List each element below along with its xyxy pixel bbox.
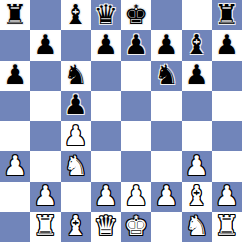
square-c2[interactable] — [61, 182, 91, 212]
square-a1[interactable] — [0, 212, 30, 242]
square-c7[interactable] — [61, 30, 91, 60]
square-c4[interactable]: ♟ — [61, 121, 91, 151]
square-b8[interactable] — [30, 0, 60, 30]
square-d3[interactable] — [91, 151, 121, 181]
piece-white-pawn[interactable]: ♟ — [124, 182, 148, 209]
square-f7[interactable]: ♟ — [151, 30, 181, 60]
piece-black-pawn[interactable]: ♟ — [64, 91, 88, 118]
square-c6[interactable]: ♞ — [61, 61, 91, 91]
piece-black-knight[interactable]: ♞ — [64, 61, 88, 88]
square-b6[interactable] — [30, 61, 60, 91]
square-f4[interactable] — [151, 121, 181, 151]
square-h5[interactable] — [212, 91, 242, 121]
square-b3[interactable] — [30, 151, 60, 181]
piece-white-rook[interactable]: ♜ — [215, 212, 239, 239]
square-e6[interactable] — [121, 61, 151, 91]
square-c5[interactable]: ♟ — [61, 91, 91, 121]
piece-black-pawn[interactable]: ♟ — [33, 31, 57, 58]
square-a8[interactable]: ♜ — [0, 0, 30, 30]
square-h4[interactable] — [212, 121, 242, 151]
piece-white-pawn[interactable]: ♟ — [33, 182, 57, 209]
square-f3[interactable] — [151, 151, 181, 181]
square-h8[interactable]: ♜ — [212, 0, 242, 30]
square-b2[interactable]: ♟ — [30, 182, 60, 212]
square-c3[interactable]: ♞ — [61, 151, 91, 181]
piece-white-bishop[interactable]: ♝ — [64, 212, 88, 239]
piece-black-pawn[interactable]: ♟ — [3, 61, 27, 88]
square-g1[interactable]: ♞ — [182, 212, 212, 242]
piece-white-queen[interactable]: ♛ — [94, 212, 118, 239]
piece-white-pawn[interactable]: ♟ — [215, 182, 239, 209]
square-g4[interactable] — [182, 121, 212, 151]
square-e7[interactable]: ♟ — [121, 30, 151, 60]
piece-white-knight[interactable]: ♞ — [64, 152, 88, 179]
square-e3[interactable] — [121, 151, 151, 181]
square-e5[interactable] — [121, 91, 151, 121]
square-a4[interactable] — [0, 121, 30, 151]
piece-black-pawn[interactable]: ♟ — [215, 31, 239, 58]
square-f5[interactable] — [151, 91, 181, 121]
square-d2[interactable]: ♟ — [91, 182, 121, 212]
piece-black-pawn[interactable]: ♟ — [94, 31, 118, 58]
square-d7[interactable]: ♟ — [91, 30, 121, 60]
piece-white-pawn[interactable]: ♟ — [94, 182, 118, 209]
square-a6[interactable]: ♟ — [0, 61, 30, 91]
piece-black-bishop[interactable]: ♝ — [185, 31, 209, 58]
square-d6[interactable] — [91, 61, 121, 91]
square-g7[interactable]: ♝ — [182, 30, 212, 60]
piece-white-king[interactable]: ♚ — [124, 212, 148, 239]
piece-white-pawn[interactable]: ♟ — [64, 122, 88, 149]
piece-black-pawn[interactable]: ♟ — [124, 31, 148, 58]
square-b1[interactable]: ♜ — [30, 212, 60, 242]
square-h7[interactable]: ♟ — [212, 30, 242, 60]
piece-black-rook[interactable]: ♜ — [3, 1, 27, 28]
square-a7[interactable] — [0, 30, 30, 60]
piece-black-pawn[interactable]: ♟ — [185, 61, 209, 88]
square-h6[interactable] — [212, 61, 242, 91]
square-g8[interactable] — [182, 0, 212, 30]
square-h1[interactable]: ♜ — [212, 212, 242, 242]
square-h2[interactable]: ♟ — [212, 182, 242, 212]
square-e1[interactable]: ♚ — [121, 212, 151, 242]
square-g3[interactable]: ♟ — [182, 151, 212, 181]
square-b7[interactable]: ♟ — [30, 30, 60, 60]
piece-black-knight[interactable]: ♞ — [154, 61, 178, 88]
square-f6[interactable]: ♞ — [151, 61, 181, 91]
piece-white-rook[interactable]: ♜ — [33, 212, 57, 239]
piece-black-king[interactable]: ♚ — [124, 1, 148, 28]
square-e4[interactable] — [121, 121, 151, 151]
square-e2[interactable]: ♟ — [121, 182, 151, 212]
square-f1[interactable] — [151, 212, 181, 242]
square-d1[interactable]: ♛ — [91, 212, 121, 242]
piece-black-bishop[interactable]: ♝ — [64, 1, 88, 28]
square-d8[interactable]: ♛ — [91, 0, 121, 30]
piece-black-queen[interactable]: ♛ — [94, 1, 118, 28]
square-e8[interactable]: ♚ — [121, 0, 151, 30]
square-f8[interactable] — [151, 0, 181, 30]
piece-white-bishop[interactable]: ♝ — [185, 182, 209, 209]
square-a5[interactable] — [0, 91, 30, 121]
square-f2[interactable]: ♟ — [151, 182, 181, 212]
square-g6[interactable]: ♟ — [182, 61, 212, 91]
square-a3[interactable]: ♟ — [0, 151, 30, 181]
square-d5[interactable] — [91, 91, 121, 121]
square-b5[interactable] — [30, 91, 60, 121]
square-h3[interactable] — [212, 151, 242, 181]
square-d4[interactable] — [91, 121, 121, 151]
piece-black-pawn[interactable]: ♟ — [154, 31, 178, 58]
piece-black-rook[interactable]: ♜ — [215, 1, 239, 28]
piece-white-pawn[interactable]: ♟ — [3, 152, 27, 179]
square-g2[interactable]: ♝ — [182, 182, 212, 212]
chess-board: ♜♝♛♚♜♟♟♟♟♝♟♟♞♞♟♟♟♟♞♟♟♟♟♟♝♟♜♝♛♚♞♜ — [0, 0, 242, 242]
square-g5[interactable] — [182, 91, 212, 121]
piece-white-pawn[interactable]: ♟ — [185, 152, 209, 179]
square-c8[interactable]: ♝ — [61, 0, 91, 30]
square-b4[interactable] — [30, 121, 60, 151]
piece-white-knight[interactable]: ♞ — [185, 212, 209, 239]
square-c1[interactable]: ♝ — [61, 212, 91, 242]
piece-white-pawn[interactable]: ♟ — [154, 182, 178, 209]
square-a2[interactable] — [0, 182, 30, 212]
